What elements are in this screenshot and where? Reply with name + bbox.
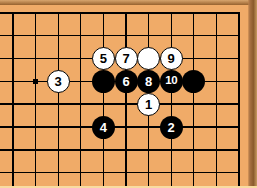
stone-black-10: 10 bbox=[160, 70, 183, 93]
grid-line-horizontal-7 bbox=[0, 172, 240, 173]
grid-line-horizontal-4 bbox=[0, 103, 240, 104]
stone-white-1: 1 bbox=[137, 93, 160, 116]
grid-line-vertical-7 bbox=[171, 12, 172, 187]
move-number-label: 10 bbox=[165, 75, 177, 87]
move-number-label: 7 bbox=[122, 51, 129, 64]
grid-line-vertical-1 bbox=[35, 12, 36, 187]
move-number-label: 1 bbox=[145, 97, 152, 110]
star-point-K16 bbox=[33, 79, 38, 84]
stone-black-unnumbered-R16 bbox=[182, 70, 205, 93]
stone-black-unnumbered-N16 bbox=[92, 70, 115, 93]
stone-black-4: 4 bbox=[92, 116, 115, 139]
stone-white-3: 3 bbox=[47, 70, 70, 93]
go-diagram-page: { "game": "go", "diagram": { "descriptio… bbox=[0, 0, 257, 188]
board-right-edge bbox=[248, 0, 257, 188]
grid-line-horizontal-0 bbox=[0, 12, 240, 14]
grid-line-vertical-9 bbox=[216, 12, 217, 187]
stone-black-2: 2 bbox=[160, 116, 183, 139]
grid-line-vertical-10 bbox=[238, 12, 240, 187]
grid-line-vertical-2 bbox=[58, 12, 59, 187]
move-number-label: 4 bbox=[100, 120, 107, 133]
move-number-label: 8 bbox=[145, 74, 152, 87]
grid-line-vertical-8 bbox=[193, 12, 194, 187]
grid-line-horizontal-6 bbox=[0, 149, 240, 150]
stone-black-6: 6 bbox=[115, 70, 138, 93]
go-board: 35796810142 bbox=[0, 0, 257, 188]
grid-line-vertical-4 bbox=[103, 12, 104, 187]
grid-line-horizontal-5 bbox=[0, 126, 240, 127]
move-number-label: 9 bbox=[168, 51, 175, 64]
image-bottom-crop-line bbox=[0, 186, 257, 188]
move-number-label: 5 bbox=[100, 51, 107, 64]
grid-line-vertical-3 bbox=[80, 12, 81, 187]
board-top-edge bbox=[0, 0, 257, 5]
grid-line-horizontal-1 bbox=[0, 35, 240, 36]
stone-black-8: 8 bbox=[137, 70, 160, 93]
stone-white-7: 7 bbox=[115, 47, 138, 70]
move-number-label: 6 bbox=[122, 74, 129, 87]
grid-line-vertical-5 bbox=[125, 12, 126, 187]
stone-white-9: 9 bbox=[160, 47, 183, 70]
move-number-label: 3 bbox=[55, 74, 62, 87]
stone-white-unnumbered-P17 bbox=[137, 47, 160, 70]
move-number-label: 2 bbox=[168, 120, 175, 133]
grid-line-vertical-0 bbox=[12, 12, 13, 187]
stone-white-5: 5 bbox=[92, 47, 115, 70]
